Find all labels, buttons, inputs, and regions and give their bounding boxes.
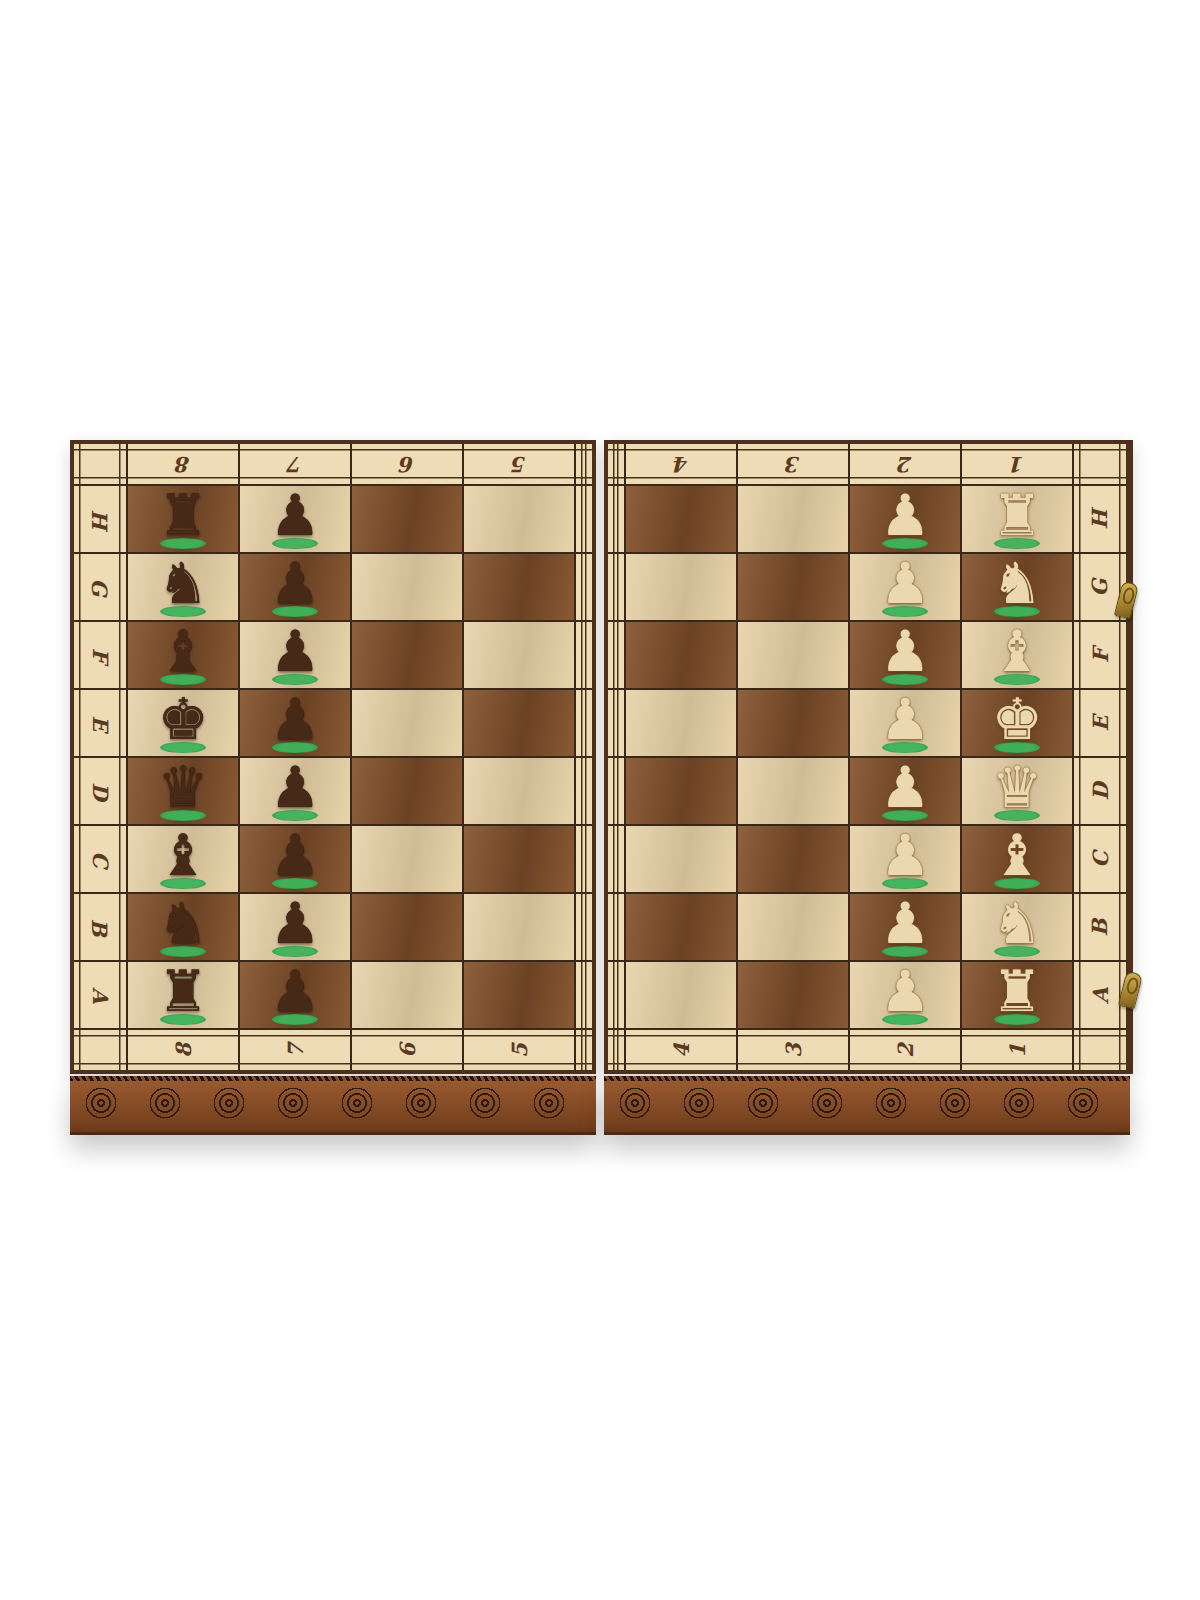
hinge-edge-strip — [608, 486, 624, 552]
square-c3[interactable] — [738, 826, 848, 892]
square-c5[interactable] — [464, 826, 574, 892]
rank-label-bottom-5: 5 — [464, 1030, 574, 1070]
rank-label-top-6: 6 — [352, 444, 462, 484]
black-rook[interactable]: ♜ — [157, 963, 208, 1020]
board-left-half: 8765H♜♟G♞♟F♝♟E♚♟D♛♟C♝♟B♞♟A♜♟8765 — [70, 440, 596, 1074]
square-h6[interactable] — [352, 486, 462, 552]
hinge-edge-strip — [608, 826, 624, 892]
hinge-edge-strip — [608, 894, 624, 960]
file-label-text: B — [88, 918, 113, 936]
white-pawn[interactable]: ♟ — [879, 963, 930, 1020]
black-pawn[interactable]: ♟ — [269, 895, 320, 952]
rank-label-text: 4 — [674, 452, 689, 477]
file-label-text: G — [1088, 578, 1113, 596]
square-g8[interactable]: ♞ — [128, 554, 238, 620]
square-h8[interactable]: ♜ — [128, 486, 238, 552]
square-g1[interactable]: ♞ — [962, 554, 1072, 620]
border-corner — [576, 444, 592, 484]
square-e6[interactable] — [352, 690, 462, 756]
rank-label-bottom-6: 6 — [352, 1030, 462, 1070]
board-playing-surface: 8765H♜♟G♞♟F♝♟E♚♟D♛♟C♝♟B♞♟A♜♟8765 4321♟♜H… — [70, 440, 1130, 1074]
box-front-face-left — [70, 1076, 596, 1135]
file-label-left-e: E — [74, 690, 126, 756]
square-d1[interactable]: ♛ — [962, 758, 1072, 824]
square-e3[interactable] — [738, 690, 848, 756]
file-label-text: G — [88, 578, 113, 596]
white-pawn[interactable]: ♟ — [879, 555, 930, 612]
white-rook[interactable]: ♜ — [991, 963, 1042, 1020]
square-c1[interactable]: ♝ — [962, 826, 1072, 892]
hinge-edge-strip — [608, 690, 624, 756]
rank-label-text: 5 — [512, 452, 527, 477]
square-b5[interactable] — [464, 894, 574, 960]
file-label-left-g: G — [74, 554, 126, 620]
rank-label-text: 6 — [395, 1043, 420, 1058]
square-f2[interactable]: ♟ — [850, 622, 960, 688]
file-label-right-a: A — [1074, 962, 1126, 1028]
black-pawn[interactable]: ♟ — [269, 487, 320, 544]
square-d5[interactable] — [464, 758, 574, 824]
rank-label-bottom-3: 3 — [738, 1030, 848, 1070]
rank-label-text: 8 — [171, 1043, 196, 1058]
square-a4[interactable] — [626, 962, 736, 1028]
board-right-half: 4321♟♜H♟♞G♟♝F♟♚E♟♛D♟♝C♟♞B♟♜A4321 — [604, 440, 1133, 1074]
square-h1[interactable]: ♜ — [962, 486, 1072, 552]
square-h5[interactable] — [464, 486, 574, 552]
file-label-text: D — [1088, 782, 1113, 800]
rank-label-text: 1 — [1010, 452, 1025, 477]
rank-label-text: 4 — [669, 1043, 694, 1058]
rank-label-bottom-4: 4 — [626, 1030, 736, 1070]
hinge-edge-strip — [608, 758, 624, 824]
file-label-text: A — [1087, 987, 1112, 1003]
square-b1[interactable]: ♞ — [962, 894, 1072, 960]
black-knight[interactable]: ♞ — [157, 555, 208, 612]
hinge-edge-strip — [576, 622, 592, 688]
white-pawn[interactable]: ♟ — [879, 623, 930, 680]
rank-label-text: 2 — [893, 1043, 918, 1058]
square-b8[interactable]: ♞ — [128, 894, 238, 960]
square-d4[interactable] — [626, 758, 736, 824]
rank-label-top-1: 1 — [962, 444, 1072, 484]
square-a6[interactable] — [352, 962, 462, 1028]
square-f6[interactable] — [352, 622, 462, 688]
rank-label-bottom-7: 7 — [240, 1030, 350, 1070]
file-label-text: D — [88, 782, 113, 800]
file-label-right-f: F — [1074, 622, 1126, 688]
square-b3[interactable] — [738, 894, 848, 960]
white-pawn[interactable]: ♟ — [879, 827, 930, 884]
square-a3[interactable] — [738, 962, 848, 1028]
file-label-text: H — [88, 509, 113, 529]
hinge-edge-strip — [576, 554, 592, 620]
black-knight[interactable]: ♞ — [157, 895, 208, 952]
file-label-left-f: F — [74, 622, 126, 688]
rank-label-top-3: 3 — [738, 444, 848, 484]
rank-label-top-7: 7 — [240, 444, 350, 484]
file-label-text: H — [1088, 509, 1113, 529]
rank-label-text: 7 — [288, 452, 303, 477]
square-c8[interactable]: ♝ — [128, 826, 238, 892]
rank-label-text: 7 — [283, 1043, 308, 1058]
file-label-text: B — [1088, 918, 1113, 936]
white-bishop[interactable]: ♝ — [991, 827, 1042, 884]
square-b7[interactable]: ♟ — [240, 894, 350, 960]
border-corner — [1074, 444, 1126, 484]
square-g3[interactable] — [738, 554, 848, 620]
white-pawn[interactable]: ♟ — [879, 759, 930, 816]
file-label-text: C — [88, 851, 113, 868]
square-d6[interactable] — [352, 758, 462, 824]
square-e7[interactable]: ♟ — [240, 690, 350, 756]
square-c6[interactable] — [352, 826, 462, 892]
square-h3[interactable] — [738, 486, 848, 552]
black-bishop[interactable]: ♝ — [157, 623, 208, 680]
square-g5[interactable] — [464, 554, 574, 620]
file-label-right-b: B — [1074, 894, 1126, 960]
rank-label-text: 3 — [781, 1043, 806, 1058]
file-label-left-a: A — [74, 962, 126, 1028]
square-g7[interactable]: ♟ — [240, 554, 350, 620]
product-photo-background: 8765H♜♟G♞♟F♝♟E♚♟D♛♟C♝♟B♞♟A♜♟8765 4321♟♜H… — [0, 0, 1200, 1600]
rank-label-bottom-8: 8 — [128, 1030, 238, 1070]
black-king[interactable]: ♚ — [157, 691, 208, 748]
hinge-edge-strip — [608, 622, 624, 688]
white-pawn[interactable]: ♟ — [879, 691, 930, 748]
square-h4[interactable] — [626, 486, 736, 552]
black-pawn[interactable]: ♟ — [269, 691, 320, 748]
square-d7[interactable]: ♟ — [240, 758, 350, 824]
square-c7[interactable]: ♟ — [240, 826, 350, 892]
file-label-text: F — [1087, 648, 1112, 663]
black-pawn[interactable]: ♟ — [269, 759, 320, 816]
square-f7[interactable]: ♟ — [240, 622, 350, 688]
box-front-face-right — [604, 1076, 1130, 1135]
rank-label-top-8: 8 — [128, 444, 238, 484]
file-label-right-d: D — [1074, 758, 1126, 824]
border-corner — [608, 444, 624, 484]
black-rook[interactable]: ♜ — [157, 487, 208, 544]
border-corner — [74, 1030, 126, 1070]
hinge-edge-strip — [576, 894, 592, 960]
square-d3[interactable] — [738, 758, 848, 824]
square-h2[interactable]: ♟ — [850, 486, 960, 552]
file-label-text: F — [87, 648, 112, 663]
square-f3[interactable] — [738, 622, 848, 688]
white-knight[interactable]: ♞ — [991, 895, 1042, 952]
file-label-right-h: H — [1074, 486, 1126, 552]
square-b4[interactable] — [626, 894, 736, 960]
square-e5[interactable] — [464, 690, 574, 756]
black-pawn[interactable]: ♟ — [269, 963, 320, 1020]
hinge-edge-strip — [576, 690, 592, 756]
white-pawn[interactable]: ♟ — [879, 487, 930, 544]
chess-board: 8765H♜♟G♞♟F♝♟E♚♟D♛♟C♝♟B♞♟A♜♟8765 4321♟♜H… — [70, 440, 1130, 1140]
square-d8[interactable]: ♛ — [128, 758, 238, 824]
hinge-edge-strip — [576, 486, 592, 552]
hinge-edge-strip — [576, 962, 592, 1028]
border-corner — [608, 1030, 624, 1070]
white-rook[interactable]: ♜ — [991, 487, 1042, 544]
square-a2[interactable]: ♟ — [850, 962, 960, 1028]
file-label-right-e: E — [1074, 690, 1126, 756]
rank-label-text: 1 — [1005, 1043, 1030, 1058]
square-d2[interactable]: ♟ — [850, 758, 960, 824]
file-label-text: C — [1088, 851, 1113, 868]
rank-label-text: 8 — [176, 452, 191, 477]
file-label-left-b: B — [74, 894, 126, 960]
rank-label-text: 6 — [400, 452, 415, 477]
file-label-left-d: D — [74, 758, 126, 824]
square-e4[interactable] — [626, 690, 736, 756]
rank-label-text: 2 — [898, 452, 913, 477]
rank-label-top-2: 2 — [850, 444, 960, 484]
white-bishop[interactable]: ♝ — [991, 623, 1042, 680]
file-label-left-h: H — [74, 486, 126, 552]
square-f4[interactable] — [626, 622, 736, 688]
file-label-text: E — [87, 715, 112, 731]
square-g2[interactable]: ♟ — [850, 554, 960, 620]
rank-label-top-4: 4 — [626, 444, 736, 484]
square-b6[interactable] — [352, 894, 462, 960]
square-c4[interactable] — [626, 826, 736, 892]
file-label-text: E — [1087, 715, 1112, 731]
square-h7[interactable]: ♟ — [240, 486, 350, 552]
square-f8[interactable]: ♝ — [128, 622, 238, 688]
black-pawn[interactable]: ♟ — [269, 827, 320, 884]
rank-label-text: 3 — [786, 452, 801, 477]
square-g4[interactable] — [626, 554, 736, 620]
white-knight[interactable]: ♞ — [991, 555, 1042, 612]
rank-label-top-5: 5 — [464, 444, 574, 484]
hinge-edge-strip — [608, 962, 624, 1028]
border-corner — [74, 444, 126, 484]
square-e8[interactable]: ♚ — [128, 690, 238, 756]
white-king[interactable]: ♚ — [991, 691, 1042, 748]
white-queen[interactable]: ♛ — [991, 759, 1042, 816]
square-e2[interactable]: ♟ — [850, 690, 960, 756]
rank-label-text: 5 — [507, 1043, 532, 1058]
square-f1[interactable]: ♝ — [962, 622, 1072, 688]
file-label-right-c: C — [1074, 826, 1126, 892]
square-a8[interactable]: ♜ — [128, 962, 238, 1028]
hinge-edge-strip — [608, 554, 624, 620]
square-b2[interactable]: ♟ — [850, 894, 960, 960]
rank-label-bottom-1: 1 — [962, 1030, 1072, 1070]
border-corner — [576, 1030, 592, 1070]
hinge-edge-strip — [576, 758, 592, 824]
rank-label-bottom-2: 2 — [850, 1030, 960, 1070]
square-f5[interactable] — [464, 622, 574, 688]
square-a5[interactable] — [464, 962, 574, 1028]
file-label-left-c: C — [74, 826, 126, 892]
square-g6[interactable] — [352, 554, 462, 620]
square-a7[interactable]: ♟ — [240, 962, 350, 1028]
hinge-edge-strip — [576, 826, 592, 892]
square-a1[interactable]: ♜ — [962, 962, 1072, 1028]
black-pawn[interactable]: ♟ — [269, 623, 320, 680]
border-corner — [1074, 1030, 1126, 1070]
white-pawn[interactable]: ♟ — [879, 895, 930, 952]
square-c2[interactable]: ♟ — [850, 826, 960, 892]
file-label-text: A — [87, 987, 112, 1003]
black-pawn[interactable]: ♟ — [269, 555, 320, 612]
square-e1[interactable]: ♚ — [962, 690, 1072, 756]
black-queen[interactable]: ♛ — [157, 759, 208, 816]
black-bishop[interactable]: ♝ — [157, 827, 208, 884]
